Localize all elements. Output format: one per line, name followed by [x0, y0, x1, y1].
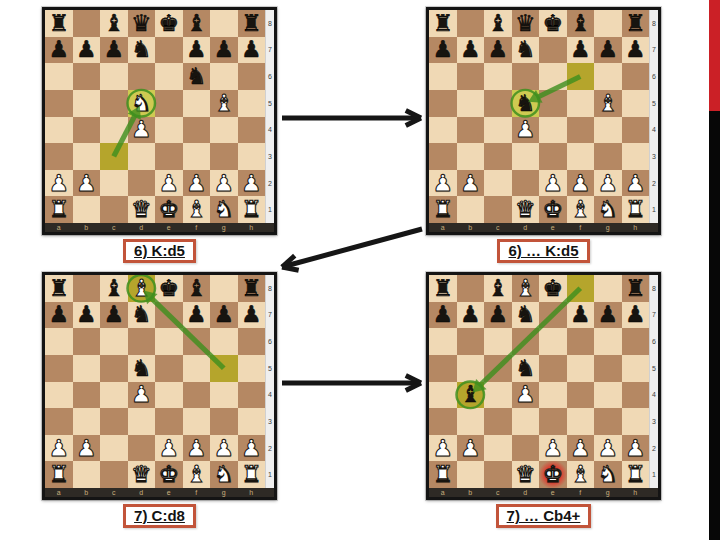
rank-label-7: 7 — [266, 302, 274, 329]
square-d8: ♝ — [128, 275, 156, 302]
square-c5 — [100, 90, 128, 117]
square-e5 — [155, 90, 183, 117]
file-label-a: a — [429, 488, 457, 497]
square-g2: ♟ — [594, 435, 622, 462]
black-pawn-h7: ♟ — [241, 38, 262, 61]
rank-label-1: 1 — [266, 196, 274, 223]
square-b2: ♟ — [457, 170, 485, 197]
white-knight-g1: ♞ — [213, 198, 234, 221]
square-f5 — [567, 90, 595, 117]
square-a1: ♜ — [45, 196, 73, 223]
square-f5 — [183, 90, 211, 117]
square-a7: ♟ — [429, 302, 457, 329]
square-a2: ♟ — [429, 435, 457, 462]
square-g4 — [210, 117, 238, 144]
board-corner — [265, 488, 274, 497]
square-g7: ♟ — [210, 37, 238, 64]
black-pawn-b7: ♟ — [460, 303, 481, 326]
square-e5 — [539, 355, 567, 382]
square-f4 — [183, 382, 211, 409]
file-label-e: e — [539, 488, 567, 497]
rank-label-5: 5 — [266, 90, 274, 117]
square-c4 — [100, 117, 128, 144]
white-pawn-g2: ♟ — [213, 172, 234, 195]
square-c3 — [484, 143, 512, 170]
square-d7: ♞ — [512, 302, 540, 329]
square-h4 — [622, 117, 650, 144]
square-e8: ♚ — [539, 10, 567, 37]
square-d8: ♛ — [512, 10, 540, 37]
square-e4 — [539, 117, 567, 144]
move-caption-1: 6) K:d5 — [123, 239, 196, 263]
square-e6 — [539, 328, 567, 355]
flow-arrow-right-top — [277, 103, 427, 133]
square-f8: ♝ — [183, 275, 211, 302]
rank-label-8: 8 — [266, 275, 274, 302]
square-h2: ♟ — [238, 435, 266, 462]
square-h1: ♜ — [238, 461, 266, 488]
square-c6 — [100, 63, 128, 90]
square-h4 — [622, 382, 650, 409]
square-c6 — [484, 328, 512, 355]
file-label-b: b — [457, 488, 485, 497]
square-g1: ♞ — [210, 461, 238, 488]
square-e2: ♟ — [155, 170, 183, 197]
square-b7: ♟ — [457, 302, 485, 329]
black-bishop-f8: ♝ — [570, 12, 591, 35]
square-e5 — [155, 355, 183, 382]
black-knight-d7: ♞ — [131, 303, 152, 326]
square-e3 — [539, 408, 567, 435]
file-label-e: e — [155, 488, 183, 497]
square-f4 — [183, 117, 211, 144]
square-e7 — [155, 37, 183, 64]
square-f5 — [567, 355, 595, 382]
rank-label-1: 1 — [650, 196, 658, 223]
square-c8: ♝ — [484, 10, 512, 37]
black-pawn-c7: ♟ — [487, 38, 508, 61]
square-d3 — [128, 143, 156, 170]
square-h3 — [622, 143, 650, 170]
board-squares: ♜♝♝♚♝♜♟♟♟♞♟♟♟♞♟♟♟♟♟♟♟♜♛♚♝♞♜ — [45, 275, 265, 488]
white-pawn-g2: ♟ — [597, 172, 618, 195]
square-e8: ♚ — [539, 275, 567, 302]
rank-label-8: 8 — [266, 10, 274, 37]
file-label-d: d — [128, 488, 156, 497]
square-c2 — [100, 170, 128, 197]
square-b6 — [73, 63, 101, 90]
square-d7: ♞ — [128, 37, 156, 64]
white-bishop-f1: ♝ — [186, 463, 207, 486]
square-e7 — [539, 302, 567, 329]
chess-board-after-7-white: ♜♝♝♚♝♜♟♟♟♞♟♟♟♞♟♟♟♟♟♟♟♜♛♚♝♞♜ 87654321 abc… — [42, 272, 277, 500]
rank-label-7: 7 — [650, 37, 658, 64]
file-label-b: b — [73, 488, 101, 497]
black-knight-d7: ♞ — [131, 38, 152, 61]
file-label-g: g — [594, 223, 622, 232]
square-c1 — [484, 196, 512, 223]
square-b1 — [457, 461, 485, 488]
file-label-f: f — [567, 488, 595, 497]
file-label-g: g — [594, 488, 622, 497]
black-knight-d5: ♞ — [131, 357, 152, 380]
file-labels: abcdefgh — [45, 488, 265, 497]
square-a5 — [429, 355, 457, 382]
square-e6 — [155, 328, 183, 355]
square-h8: ♜ — [238, 10, 266, 37]
square-g5 — [594, 355, 622, 382]
square-h1: ♜ — [238, 196, 266, 223]
square-h7: ♟ — [238, 302, 266, 329]
rank-labels: 87654321 — [265, 275, 274, 488]
square-g7: ♟ — [594, 302, 622, 329]
black-rook-h8: ♜ — [625, 12, 646, 35]
square-f8: ♝ — [183, 10, 211, 37]
black-bishop-f8: ♝ — [186, 12, 207, 35]
white-rook-h1: ♜ — [241, 198, 262, 221]
square-h5 — [622, 90, 650, 117]
square-g3 — [210, 408, 238, 435]
square-h6 — [238, 328, 266, 355]
rank-label-4: 4 — [650, 382, 658, 409]
square-c7: ♟ — [100, 302, 128, 329]
black-pawn-c7: ♟ — [487, 303, 508, 326]
white-rook-h1: ♜ — [625, 198, 646, 221]
square-e1: ♚ — [155, 196, 183, 223]
square-g4 — [594, 382, 622, 409]
square-d4: ♟ — [128, 117, 156, 144]
white-pawn-a2: ♟ — [432, 437, 453, 460]
white-pawn-d4: ♟ — [515, 383, 536, 406]
square-a6 — [45, 328, 73, 355]
white-pawn-h2: ♟ — [241, 437, 262, 460]
square-d2 — [512, 435, 540, 462]
square-g5: ♝ — [594, 90, 622, 117]
square-c4 — [484, 117, 512, 144]
square-a1: ♜ — [429, 461, 457, 488]
square-f7: ♟ — [183, 37, 211, 64]
square-e3 — [155, 143, 183, 170]
slide-accent-black-bar — [709, 111, 720, 540]
file-labels: abcdefgh — [45, 223, 265, 232]
white-pawn-a2: ♟ — [432, 172, 453, 195]
rank-label-5: 5 — [650, 355, 658, 382]
white-pawn-g2: ♟ — [213, 437, 234, 460]
square-b1 — [73, 461, 101, 488]
square-d3 — [512, 143, 540, 170]
white-pawn-g2: ♟ — [597, 437, 618, 460]
white-pawn-h2: ♟ — [625, 172, 646, 195]
file-label-c: c — [100, 223, 128, 232]
square-b6 — [457, 63, 485, 90]
square-a8: ♜ — [429, 10, 457, 37]
square-b3 — [73, 143, 101, 170]
file-label-a: a — [45, 488, 73, 497]
black-pawn-f7: ♟ — [186, 303, 207, 326]
square-g8 — [594, 10, 622, 37]
square-b7: ♟ — [457, 37, 485, 64]
white-queen-d1: ♛ — [131, 198, 152, 221]
file-label-e: e — [155, 223, 183, 232]
file-label-b: b — [457, 223, 485, 232]
square-f3 — [567, 143, 595, 170]
square-d6 — [512, 63, 540, 90]
rank-label-4: 4 — [650, 117, 658, 144]
square-f3 — [183, 143, 211, 170]
rank-label-1: 1 — [266, 461, 274, 488]
white-bishop-g5: ♝ — [597, 92, 618, 115]
black-bishop-b4: ♝ — [460, 383, 481, 406]
black-pawn-a7: ♟ — [432, 303, 453, 326]
file-label-h: h — [622, 488, 650, 497]
square-c1 — [100, 461, 128, 488]
rank-label-4: 4 — [266, 117, 274, 144]
square-d1: ♛ — [512, 461, 540, 488]
square-a4 — [429, 117, 457, 144]
square-c7: ♟ — [100, 37, 128, 64]
square-h5 — [238, 355, 266, 382]
black-pawn-f7: ♟ — [186, 38, 207, 61]
square-f2: ♟ — [567, 435, 595, 462]
square-c1 — [100, 196, 128, 223]
white-bishop-f1: ♝ — [570, 463, 591, 486]
square-f5 — [183, 355, 211, 382]
black-king-e8: ♚ — [542, 12, 563, 35]
square-f2: ♟ — [183, 170, 211, 197]
square-h3 — [238, 408, 266, 435]
white-pawn-e2: ♟ — [158, 437, 179, 460]
square-c2 — [484, 170, 512, 197]
black-bishop-c8: ♝ — [487, 12, 508, 35]
square-e1: ♚ — [155, 461, 183, 488]
rank-label-7: 7 — [650, 302, 658, 329]
square-a2: ♟ — [429, 170, 457, 197]
black-bishop-c8: ♝ — [103, 277, 124, 300]
square-g7: ♟ — [594, 37, 622, 64]
black-rook-h8: ♜ — [241, 12, 262, 35]
white-pawn-d4: ♟ — [515, 118, 536, 141]
white-pawn-e2: ♟ — [158, 172, 179, 195]
file-label-h: h — [622, 223, 650, 232]
square-g6 — [210, 328, 238, 355]
square-a4 — [45, 382, 73, 409]
chess-board-after-7-black: ♜♝♝♚♜♟♟♟♞♟♟♟♞♝♟♟♟♟♟♟♟♜♛♚♝♞♜ 87654321 abc… — [426, 272, 661, 500]
file-label-f: f — [183, 223, 211, 232]
square-g2: ♟ — [594, 170, 622, 197]
rank-label-4: 4 — [266, 382, 274, 409]
square-a6 — [429, 63, 457, 90]
square-e1: ♚ — [539, 461, 567, 488]
black-queen-d8: ♛ — [515, 12, 536, 35]
black-king-e8: ♚ — [158, 12, 179, 35]
square-g6 — [594, 328, 622, 355]
square-f1: ♝ — [567, 461, 595, 488]
square-g3 — [594, 408, 622, 435]
white-rook-a1: ♜ — [48, 463, 69, 486]
move-caption-3: 7) C:d8 — [123, 504, 196, 528]
rank-label-2: 2 — [650, 170, 658, 197]
square-b6 — [457, 328, 485, 355]
white-pawn-h2: ♟ — [625, 437, 646, 460]
square-h8: ♜ — [622, 10, 650, 37]
white-queen-d1: ♛ — [131, 463, 152, 486]
black-bishop-c8: ♝ — [103, 12, 124, 35]
black-pawn-b7: ♟ — [76, 303, 97, 326]
square-a8: ♜ — [45, 275, 73, 302]
square-h5 — [238, 90, 266, 117]
black-pawn-g7: ♟ — [213, 303, 234, 326]
square-c6 — [100, 328, 128, 355]
square-h6 — [238, 63, 266, 90]
square-d8: ♝ — [512, 275, 540, 302]
square-d2 — [128, 435, 156, 462]
square-e3 — [155, 408, 183, 435]
square-f1: ♝ — [183, 196, 211, 223]
square-h7: ♟ — [238, 37, 266, 64]
square-b2: ♟ — [457, 435, 485, 462]
board-squares: ♜♝♝♚♜♟♟♟♞♟♟♟♞♝♟♟♟♟♟♟♟♜♛♚♝♞♜ — [429, 275, 649, 488]
square-b7: ♟ — [73, 302, 101, 329]
square-d3 — [128, 408, 156, 435]
black-rook-h8: ♜ — [241, 277, 262, 300]
square-d5: ♞ — [128, 90, 156, 117]
square-f6 — [567, 63, 595, 90]
white-king-e1: ♚ — [158, 198, 179, 221]
white-pawn-e2: ♟ — [542, 172, 563, 195]
square-f2: ♟ — [183, 435, 211, 462]
square-g1: ♞ — [594, 461, 622, 488]
square-d2 — [512, 170, 540, 197]
black-pawn-b7: ♟ — [76, 38, 97, 61]
file-label-f: f — [567, 223, 595, 232]
square-b8 — [73, 275, 101, 302]
square-b1 — [457, 196, 485, 223]
square-d7: ♞ — [128, 302, 156, 329]
white-king-e1: ♚ — [158, 463, 179, 486]
square-b3 — [457, 408, 485, 435]
square-a3 — [45, 143, 73, 170]
square-e7 — [539, 37, 567, 64]
square-f3 — [183, 408, 211, 435]
rank-label-2: 2 — [650, 435, 658, 462]
square-d4: ♟ — [128, 382, 156, 409]
square-f4 — [567, 382, 595, 409]
move-caption-4: 7) … Cb4+ — [496, 504, 592, 528]
white-bishop-f1: ♝ — [570, 198, 591, 221]
file-label-g: g — [210, 488, 238, 497]
board-corner — [265, 223, 274, 232]
square-c6 — [484, 63, 512, 90]
white-knight-g1: ♞ — [213, 463, 234, 486]
square-e3 — [539, 143, 567, 170]
white-pawn-f2: ♟ — [186, 437, 207, 460]
square-g7: ♟ — [210, 302, 238, 329]
square-c3 — [100, 408, 128, 435]
square-d6 — [128, 63, 156, 90]
square-d2 — [128, 170, 156, 197]
black-rook-a8: ♜ — [432, 12, 453, 35]
black-pawn-b7: ♟ — [460, 38, 481, 61]
black-king-e8: ♚ — [542, 277, 563, 300]
square-f8 — [567, 275, 595, 302]
square-h1: ♜ — [622, 196, 650, 223]
square-b8 — [457, 275, 485, 302]
square-a1: ♜ — [429, 196, 457, 223]
square-a2: ♟ — [45, 435, 73, 462]
square-a5 — [45, 355, 73, 382]
square-f6: ♞ — [183, 63, 211, 90]
square-g4 — [210, 382, 238, 409]
board-corner — [649, 488, 658, 497]
square-b4 — [73, 382, 101, 409]
square-e8: ♚ — [155, 275, 183, 302]
black-queen-d8: ♛ — [131, 12, 152, 35]
square-h2: ♟ — [238, 170, 266, 197]
square-e7 — [155, 302, 183, 329]
square-e2: ♟ — [539, 435, 567, 462]
square-b1 — [73, 196, 101, 223]
square-h8: ♜ — [622, 275, 650, 302]
square-g5: ♝ — [210, 90, 238, 117]
square-c2 — [484, 435, 512, 462]
square-d5: ♞ — [512, 355, 540, 382]
square-g1: ♞ — [210, 196, 238, 223]
black-pawn-c7: ♟ — [103, 303, 124, 326]
square-f6 — [567, 328, 595, 355]
white-knight-g1: ♞ — [597, 463, 618, 486]
white-king-e1: ♚ — [542, 198, 563, 221]
square-h6 — [622, 328, 650, 355]
board-squares: ♜♝♛♚♝♜♟♟♟♞♟♟♟♞♞♝♟♟♟♟♟♟♟♜♛♚♝♞♜ — [45, 10, 265, 223]
white-pawn-b2: ♟ — [76, 172, 97, 195]
square-h6 — [622, 63, 650, 90]
white-bishop-g5: ♝ — [213, 92, 234, 115]
square-e8: ♚ — [155, 10, 183, 37]
black-rook-a8: ♜ — [48, 277, 69, 300]
square-e4 — [155, 117, 183, 144]
black-rook-h8: ♜ — [625, 277, 646, 300]
square-h7: ♟ — [622, 37, 650, 64]
rank-label-6: 6 — [266, 63, 274, 90]
black-rook-a8: ♜ — [432, 277, 453, 300]
black-pawn-g7: ♟ — [597, 303, 618, 326]
black-king-e8: ♚ — [158, 277, 179, 300]
square-g2: ♟ — [210, 170, 238, 197]
square-f6 — [183, 328, 211, 355]
square-g3 — [594, 143, 622, 170]
file-label-g: g — [210, 223, 238, 232]
white-pawn-a2: ♟ — [48, 172, 69, 195]
white-pawn-b2: ♟ — [460, 437, 481, 460]
flow-arrow-right-bottom — [277, 368, 427, 398]
square-c2 — [100, 435, 128, 462]
white-queen-d1: ♛ — [515, 198, 536, 221]
square-g8 — [210, 10, 238, 37]
square-b8 — [73, 10, 101, 37]
square-g5 — [210, 355, 238, 382]
square-e4 — [155, 382, 183, 409]
square-a3 — [429, 408, 457, 435]
square-d4: ♟ — [512, 117, 540, 144]
square-e6 — [155, 63, 183, 90]
rank-label-6: 6 — [266, 328, 274, 355]
square-b4 — [457, 117, 485, 144]
rank-label-5: 5 — [650, 90, 658, 117]
file-label-c: c — [100, 488, 128, 497]
square-e1: ♚ — [539, 196, 567, 223]
square-a7: ♟ — [429, 37, 457, 64]
rank-label-2: 2 — [266, 435, 274, 462]
